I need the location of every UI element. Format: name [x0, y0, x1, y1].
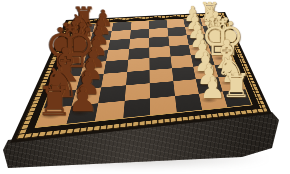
- board-square: [222, 89, 251, 107]
- board-square: [175, 94, 202, 113]
- board-square: [66, 103, 98, 124]
- chess-set-photo: ♜♟♟♜♞♟♟♞♝♟♟♝♛♟♟♛♚♟♟♚♝♟♟♝♞♟♟♞♜♟♟♜: [0, 0, 290, 174]
- board-square: [123, 98, 150, 118]
- board-square: [95, 101, 124, 121]
- board-square: [150, 96, 177, 115]
